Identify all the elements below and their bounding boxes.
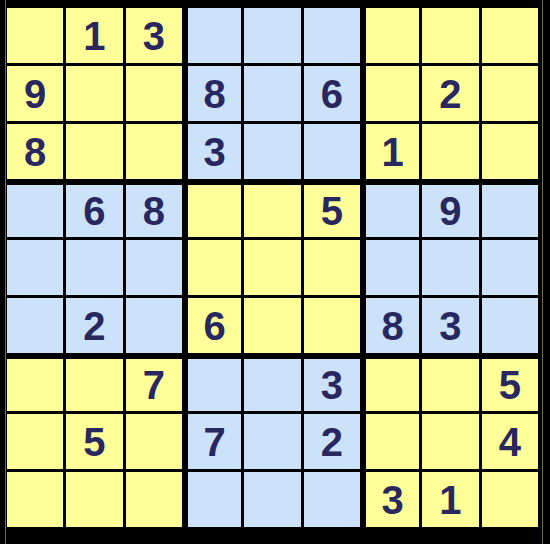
cell-r9c9[interactable] xyxy=(482,472,538,527)
cell-r8c3[interactable] xyxy=(126,414,182,469)
cell-r3c8[interactable] xyxy=(422,124,478,179)
cell-r8c9: 4 xyxy=(482,414,538,469)
cell-r6c1[interactable] xyxy=(7,298,63,353)
cell-r1c2: 1 xyxy=(66,8,122,63)
sudoku-frame: 13986283168592683735572431 xyxy=(0,0,550,544)
cell-r9c1[interactable] xyxy=(7,472,63,527)
cell-r6c7: 8 xyxy=(363,298,419,353)
cell-r2c9[interactable] xyxy=(482,66,538,121)
cell-r1c7[interactable] xyxy=(363,8,419,63)
cell-r7c2[interactable] xyxy=(66,356,122,411)
cell-r2c4: 8 xyxy=(185,66,241,121)
cell-r3c5[interactable] xyxy=(244,124,300,179)
cell-r9c3[interactable] xyxy=(126,472,182,527)
cell-r4c4[interactable] xyxy=(185,182,241,237)
cell-r1c8[interactable] xyxy=(422,8,478,63)
cell-r8c7[interactable] xyxy=(363,414,419,469)
cell-r5c4[interactable] xyxy=(185,240,241,295)
cell-r6c4: 6 xyxy=(185,298,241,353)
cell-r5c8[interactable] xyxy=(422,240,478,295)
cell-r5c2[interactable] xyxy=(66,240,122,295)
cell-r7c4[interactable] xyxy=(185,356,241,411)
cell-r4c8: 9 xyxy=(422,182,478,237)
cell-r3c4: 3 xyxy=(185,124,241,179)
cell-r1c5[interactable] xyxy=(244,8,300,63)
cell-r4c7[interactable] xyxy=(363,182,419,237)
cell-r2c7[interactable] xyxy=(363,66,419,121)
cell-r6c8: 3 xyxy=(422,298,478,353)
cell-r6c5[interactable] xyxy=(244,298,300,353)
cell-r7c5[interactable] xyxy=(244,356,300,411)
cell-r5c9[interactable] xyxy=(482,240,538,295)
cell-r8c5[interactable] xyxy=(244,414,300,469)
cell-r1c9[interactable] xyxy=(482,8,538,63)
cell-r6c9[interactable] xyxy=(482,298,538,353)
cell-r3c2[interactable] xyxy=(66,124,122,179)
cell-r3c9[interactable] xyxy=(482,124,538,179)
cell-r4c9[interactable] xyxy=(482,182,538,237)
cell-r8c1[interactable] xyxy=(7,414,63,469)
cell-r8c6: 2 xyxy=(304,414,360,469)
cell-r5c6[interactable] xyxy=(304,240,360,295)
cell-r9c2[interactable] xyxy=(66,472,122,527)
cell-r5c1[interactable] xyxy=(7,240,63,295)
cell-r1c4[interactable] xyxy=(185,8,241,63)
cell-r9c8: 1 xyxy=(422,472,478,527)
cell-r7c3: 7 xyxy=(126,356,182,411)
cell-r5c5[interactable] xyxy=(244,240,300,295)
cell-r9c6[interactable] xyxy=(304,472,360,527)
cell-r6c3[interactable] xyxy=(126,298,182,353)
cell-r8c2: 5 xyxy=(66,414,122,469)
cell-r7c6: 3 xyxy=(304,356,360,411)
cell-r1c1[interactable] xyxy=(7,8,63,63)
cell-r2c3[interactable] xyxy=(126,66,182,121)
cell-r7c1[interactable] xyxy=(7,356,63,411)
cell-r2c2[interactable] xyxy=(66,66,122,121)
cell-r8c4: 7 xyxy=(185,414,241,469)
cell-r6c2: 2 xyxy=(66,298,122,353)
cell-r3c7: 1 xyxy=(363,124,419,179)
cell-r9c5[interactable] xyxy=(244,472,300,527)
cell-r7c9: 5 xyxy=(482,356,538,411)
cell-r3c3[interactable] xyxy=(126,124,182,179)
cell-r4c1[interactable] xyxy=(7,182,63,237)
cell-r3c1: 8 xyxy=(7,124,63,179)
cell-r2c8: 2 xyxy=(422,66,478,121)
cell-r9c4[interactable] xyxy=(185,472,241,527)
cell-r7c7[interactable] xyxy=(363,356,419,411)
cell-r6c6[interactable] xyxy=(304,298,360,353)
cell-r5c7[interactable] xyxy=(363,240,419,295)
cell-r1c6[interactable] xyxy=(304,8,360,63)
cell-r8c8[interactable] xyxy=(422,414,478,469)
cell-r4c6: 5 xyxy=(304,182,360,237)
cell-r4c2: 6 xyxy=(66,182,122,237)
cell-r2c1: 9 xyxy=(7,66,63,121)
cell-r5c3[interactable] xyxy=(126,240,182,295)
cell-r4c5[interactable] xyxy=(244,182,300,237)
sudoku-board: 13986283168592683735572431 xyxy=(7,8,538,527)
cell-r7c8[interactable] xyxy=(422,356,478,411)
cell-r2c6: 6 xyxy=(304,66,360,121)
cell-r2c5[interactable] xyxy=(244,66,300,121)
cell-r4c3: 8 xyxy=(126,182,182,237)
cell-r3c6[interactable] xyxy=(304,124,360,179)
cell-r1c3: 3 xyxy=(126,8,182,63)
cell-r9c7: 3 xyxy=(363,472,419,527)
